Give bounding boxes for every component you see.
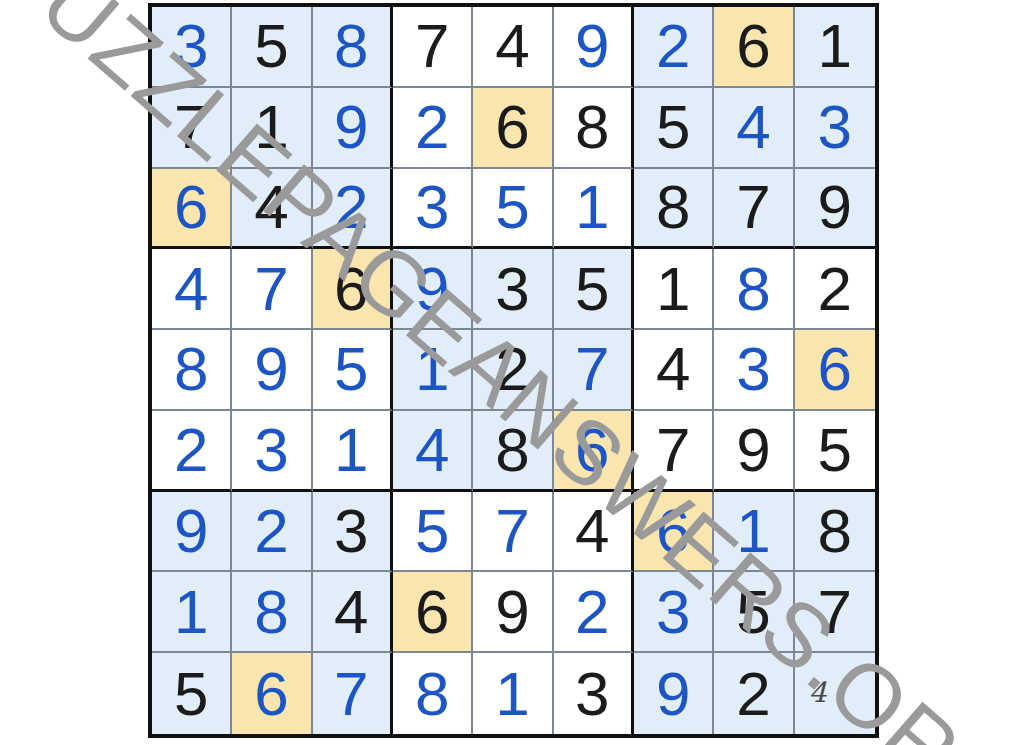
cell-r7c1[interactable]: 9: [152, 492, 232, 573]
cell-r5c8[interactable]: 3: [714, 330, 794, 411]
cell-digit: 4: [415, 419, 449, 481]
pencil-mark: 4: [809, 676, 827, 709]
cell-digit: 1: [818, 15, 852, 77]
cell-r3c1[interactable]: 6: [152, 169, 232, 250]
cell-r3c2[interactable]: 4: [232, 169, 312, 250]
cell-r3c5[interactable]: 5: [473, 169, 553, 250]
cell-r4c9[interactable]: 2: [795, 249, 875, 330]
cell-r8c5[interactable]: 9: [473, 572, 553, 653]
cell-digit: 5: [174, 663, 208, 725]
cell-digit: 1: [495, 663, 529, 725]
cell-r1c1[interactable]: 3: [152, 7, 232, 88]
cell-digit: 5: [334, 338, 368, 400]
cell-digit: 7: [415, 15, 449, 77]
cell-r5c5[interactable]: 2: [473, 330, 553, 411]
cell-r4c3[interactable]: 6: [313, 249, 393, 330]
cell-digit: 9: [495, 581, 529, 643]
cell-r6c4[interactable]: 4: [393, 411, 473, 492]
cell-digit: 3: [495, 258, 529, 320]
cell-digit: 6: [174, 176, 208, 238]
cell-r7c9[interactable]: 8: [795, 492, 875, 573]
cell-digit: 2: [656, 15, 690, 77]
cell-digit: 4: [736, 96, 770, 158]
cell-digit: 6: [736, 15, 770, 77]
cell-digit: 9: [818, 176, 852, 238]
cell-r3c8[interactable]: 7: [714, 169, 794, 250]
cell-r8c2[interactable]: 8: [232, 572, 312, 653]
cell-r2c9[interactable]: 3: [795, 88, 875, 169]
cell-r9c2[interactable]: 6: [232, 653, 312, 734]
cell-r6c6[interactable]: 6: [554, 411, 634, 492]
cell-r9c5[interactable]: 1: [473, 653, 553, 734]
cell-digit: 8: [575, 96, 609, 158]
cell-digit: 1: [334, 419, 368, 481]
cell-r5c1[interactable]: 8: [152, 330, 232, 411]
cell-r5c7[interactable]: 4: [634, 330, 714, 411]
cell-r9c4[interactable]: 8: [393, 653, 473, 734]
cell-r6c5[interactable]: 8: [473, 411, 553, 492]
cell-digit: 4: [495, 15, 529, 77]
cell-r2c5[interactable]: 6: [473, 88, 553, 169]
cell-digit: 3: [736, 338, 770, 400]
cell-r4c7[interactable]: 1: [634, 249, 714, 330]
cell-r5c9[interactable]: 6: [795, 330, 875, 411]
cell-digit: 3: [415, 176, 449, 238]
cell-r5c2[interactable]: 9: [232, 330, 312, 411]
cell-digit: 7: [334, 663, 368, 725]
cell-r1c9[interactable]: 1: [795, 7, 875, 88]
cell-r7c5[interactable]: 7: [473, 492, 553, 573]
cell-digit: 2: [736, 663, 770, 725]
cell-digit: 8: [174, 338, 208, 400]
cell-digit: 7: [174, 96, 208, 158]
cell-r7c8[interactable]: 1: [714, 492, 794, 573]
cell-r9c3[interactable]: 7: [313, 653, 393, 734]
cell-r3c7[interactable]: 8: [634, 169, 714, 250]
cell-digit: 9: [656, 663, 690, 725]
sudoku-board: 3587492617192685436423518794769351828951…: [148, 3, 879, 738]
cell-digit: 4: [575, 500, 609, 562]
cell-digit: 9: [575, 15, 609, 77]
cell-r5c6[interactable]: 7: [554, 330, 634, 411]
cell-digit: 2: [495, 338, 529, 400]
cell-r4c6[interactable]: 5: [554, 249, 634, 330]
cell-r2c4[interactable]: 2: [393, 88, 473, 169]
cell-digit: 9: [174, 500, 208, 562]
cell-digit: 7: [254, 258, 288, 320]
cell-r4c1[interactable]: 4: [152, 249, 232, 330]
cell-digit: 8: [656, 176, 690, 238]
cell-r4c4[interactable]: 9: [393, 249, 473, 330]
cell-digit: 6: [415, 581, 449, 643]
cell-digit: 5: [575, 258, 609, 320]
cell-r3c9[interactable]: 9: [795, 169, 875, 250]
cell-digit: 4: [174, 258, 208, 320]
cell-r6c8[interactable]: 9: [714, 411, 794, 492]
cell-digit: 8: [818, 500, 852, 562]
cell-digit: 1: [575, 176, 609, 238]
cell-r2c1[interactable]: 7: [152, 88, 232, 169]
cell-r7c6[interactable]: 4: [554, 492, 634, 573]
cell-digit: 9: [736, 419, 770, 481]
cell-digit: 5: [254, 15, 288, 77]
cell-r7c3[interactable]: 3: [313, 492, 393, 573]
cell-digit: 3: [818, 96, 852, 158]
cell-r1c7[interactable]: 2: [634, 7, 714, 88]
cell-digit: 7: [818, 581, 852, 643]
cell-digit: 2: [174, 419, 208, 481]
cell-digit: 2: [575, 581, 609, 643]
cell-digit: 3: [656, 581, 690, 643]
cell-digit: 2: [818, 258, 852, 320]
cell-digit: 2: [415, 96, 449, 158]
cell-digit: 3: [254, 419, 288, 481]
cell-r5c3[interactable]: 5: [313, 330, 393, 411]
cell-digit: 3: [334, 500, 368, 562]
cell-r3c4[interactable]: 3: [393, 169, 473, 250]
cell-digit: 4: [334, 581, 368, 643]
cell-r9c8[interactable]: 2: [714, 653, 794, 734]
cell-digit: 2: [334, 176, 368, 238]
cell-r8c1[interactable]: 1: [152, 572, 232, 653]
cell-digit: 6: [656, 500, 690, 562]
cell-r6c1[interactable]: 2: [152, 411, 232, 492]
cell-digit: 7: [736, 176, 770, 238]
cell-r2c2[interactable]: 1: [232, 88, 312, 169]
cell-digit: 6: [495, 96, 529, 158]
cell-r3c3[interactable]: 2: [313, 169, 393, 250]
cell-digit: 1: [736, 500, 770, 562]
cell-digit: 8: [415, 663, 449, 725]
cell-digit: 1: [254, 96, 288, 158]
cell-r4c2[interactable]: 7: [232, 249, 312, 330]
cell-r8c7[interactable]: 3: [634, 572, 714, 653]
cell-r4c5[interactable]: 3: [473, 249, 553, 330]
cell-digit: 7: [656, 419, 690, 481]
cell-digit: 6: [254, 663, 288, 725]
cell-r8c8[interactable]: 5: [714, 572, 794, 653]
cell-digit: 5: [736, 581, 770, 643]
cell-digit: 4: [254, 176, 288, 238]
cell-digit: 9: [254, 338, 288, 400]
cell-digit: 5: [495, 176, 529, 238]
cell-r6c3[interactable]: 1: [313, 411, 393, 492]
cell-digit: 3: [575, 663, 609, 725]
cell-digit: 5: [656, 96, 690, 158]
cell-r1c2[interactable]: 5: [232, 7, 312, 88]
cell-r7c4[interactable]: 5: [393, 492, 473, 573]
cell-r7c7[interactable]: 6: [634, 492, 714, 573]
cell-digit: 9: [334, 96, 368, 158]
cell-digit: 6: [818, 338, 852, 400]
cell-r1c3[interactable]: 8: [313, 7, 393, 88]
cell-r3c6[interactable]: 1: [554, 169, 634, 250]
cell-r8c4[interactable]: 6: [393, 572, 473, 653]
cell-digit: 7: [575, 338, 609, 400]
cell-r7c2[interactable]: 2: [232, 492, 312, 573]
cell-r6c7[interactable]: 7: [634, 411, 714, 492]
cell-digit: 4: [656, 338, 690, 400]
cell-r1c8[interactable]: 6: [714, 7, 794, 88]
cell-r1c6[interactable]: 9: [554, 7, 634, 88]
cell-r2c6[interactable]: 8: [554, 88, 634, 169]
cell-r8c6[interactable]: 2: [554, 572, 634, 653]
cell-r5c4[interactable]: 1: [393, 330, 473, 411]
cell-r9c1[interactable]: 5: [152, 653, 232, 734]
cell-r9c9[interactable]: 4: [795, 653, 875, 734]
cell-digit: 6: [575, 419, 609, 481]
cell-digit: 8: [495, 419, 529, 481]
cell-r6c9[interactable]: 5: [795, 411, 875, 492]
page: 3587492617192685436423518794769351828951…: [0, 0, 1024, 745]
cell-r2c8[interactable]: 4: [714, 88, 794, 169]
cell-digit: 1: [415, 338, 449, 400]
cell-digit: 5: [818, 419, 852, 481]
cell-digit: 5: [415, 500, 449, 562]
cell-digit: 1: [174, 581, 208, 643]
cell-r1c4[interactable]: 7: [393, 7, 473, 88]
cell-r8c3[interactable]: 4: [313, 572, 393, 653]
cell-r2c7[interactable]: 5: [634, 88, 714, 169]
cell-digit: 7: [495, 500, 529, 562]
cell-digit: 3: [174, 15, 208, 77]
cell-r9c6[interactable]: 3: [554, 653, 634, 734]
cell-digit: 2: [254, 500, 288, 562]
cell-r1c5[interactable]: 4: [473, 7, 553, 88]
cell-digit: 8: [334, 15, 368, 77]
cell-r4c8[interactable]: 8: [714, 249, 794, 330]
cell-digit: 1: [656, 258, 690, 320]
cell-r6c2[interactable]: 3: [232, 411, 312, 492]
cell-r9c7[interactable]: 9: [634, 653, 714, 734]
cell-r8c9[interactable]: 7: [795, 572, 875, 653]
cell-digit: 6: [334, 258, 368, 320]
cell-digit: 8: [736, 258, 770, 320]
cell-digit: 9: [415, 258, 449, 320]
cell-r2c3[interactable]: 9: [313, 88, 393, 169]
cell-digit: 8: [254, 581, 288, 643]
